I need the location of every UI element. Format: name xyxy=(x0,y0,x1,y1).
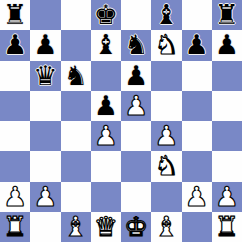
piece-white-bishop[interactable]: ♝ xyxy=(154,212,178,242)
piece-white-pawn[interactable]: ♟ xyxy=(94,121,118,151)
piece-black-bishop[interactable]: ♝ xyxy=(154,0,178,30)
square-g4[interactable] xyxy=(182,121,212,151)
piece-white-pawn[interactable]: ♟ xyxy=(215,182,239,212)
square-a4[interactable] xyxy=(0,121,30,151)
square-f8[interactable]: ♝ xyxy=(151,0,181,30)
piece-white-knight[interactable]: ♞ xyxy=(154,151,178,181)
square-b8[interactable] xyxy=(30,0,60,30)
square-h5[interactable] xyxy=(212,91,242,121)
square-d5[interactable]: ♟ xyxy=(91,91,121,121)
square-c6[interactable]: ♞ xyxy=(61,61,91,91)
piece-white-pawn[interactable]: ♟ xyxy=(124,91,148,121)
piece-white-bishop[interactable]: ♝ xyxy=(64,212,88,242)
square-b1[interactable] xyxy=(30,212,60,242)
piece-black-pawn[interactable]: ♟ xyxy=(3,30,27,60)
square-e4[interactable] xyxy=(121,121,151,151)
piece-black-king[interactable]: ♚ xyxy=(94,0,118,30)
piece-black-pawn[interactable]: ♟ xyxy=(94,91,118,121)
square-h8[interactable]: ♜ xyxy=(212,0,242,30)
square-a5[interactable] xyxy=(0,91,30,121)
square-a6[interactable] xyxy=(0,61,30,91)
square-e7[interactable]: ♞ xyxy=(121,30,151,60)
square-b3[interactable] xyxy=(30,151,60,181)
square-f5[interactable] xyxy=(151,91,181,121)
piece-black-pawn[interactable]: ♟ xyxy=(185,30,209,60)
square-c7[interactable] xyxy=(61,30,91,60)
square-h1[interactable]: ♜ xyxy=(212,212,242,242)
square-c1[interactable]: ♝ xyxy=(61,212,91,242)
square-g2[interactable]: ♟ xyxy=(182,182,212,212)
square-d8[interactable]: ♚ xyxy=(91,0,121,30)
square-b5[interactable] xyxy=(30,91,60,121)
square-f4[interactable]: ♟ xyxy=(151,121,181,151)
square-h4[interactable] xyxy=(212,121,242,151)
square-f6[interactable] xyxy=(151,61,181,91)
square-c2[interactable] xyxy=(61,182,91,212)
square-d2[interactable] xyxy=(91,182,121,212)
piece-white-queen[interactable]: ♛ xyxy=(94,212,118,242)
square-g8[interactable] xyxy=(182,0,212,30)
square-d1[interactable]: ♛ xyxy=(91,212,121,242)
piece-black-rook[interactable]: ♜ xyxy=(3,0,27,30)
piece-white-pawn[interactable]: ♟ xyxy=(3,182,27,212)
square-g3[interactable] xyxy=(182,151,212,181)
piece-white-pawn[interactable]: ♟ xyxy=(154,121,178,151)
square-b2[interactable]: ♟ xyxy=(30,182,60,212)
square-f3[interactable]: ♞ xyxy=(151,151,181,181)
square-c5[interactable] xyxy=(61,91,91,121)
square-a7[interactable]: ♟ xyxy=(0,30,30,60)
piece-white-rook[interactable]: ♜ xyxy=(3,212,27,242)
square-e3[interactable] xyxy=(121,151,151,181)
square-e8[interactable] xyxy=(121,0,151,30)
square-f7[interactable]: ♞ xyxy=(151,30,181,60)
square-h3[interactable] xyxy=(212,151,242,181)
piece-black-pawn[interactable]: ♟ xyxy=(124,61,148,91)
square-b7[interactable]: ♟ xyxy=(30,30,60,60)
square-b4[interactable] xyxy=(30,121,60,151)
square-h6[interactable] xyxy=(212,61,242,91)
square-c3[interactable] xyxy=(61,151,91,181)
square-a3[interactable] xyxy=(0,151,30,181)
piece-black-pawn[interactable]: ♟ xyxy=(33,30,57,60)
square-e5[interactable]: ♟ xyxy=(121,91,151,121)
piece-white-pawn[interactable]: ♟ xyxy=(185,182,209,212)
piece-black-bishop[interactable]: ♝ xyxy=(94,30,118,60)
square-d4[interactable]: ♟ xyxy=(91,121,121,151)
square-h2[interactable]: ♟ xyxy=(212,182,242,212)
square-e1[interactable]: ♚ xyxy=(121,212,151,242)
square-d3[interactable] xyxy=(91,151,121,181)
piece-black-queen[interactable]: ♛ xyxy=(33,61,57,91)
chess-board[interactable]: ♜♚♝♜♟♟♝♞♞♟♟♛♞♟♟♟♟♟♞♟♟♟♟♜♝♛♚♝♜ xyxy=(0,0,242,242)
square-c4[interactable] xyxy=(61,121,91,151)
square-e6[interactable]: ♟ xyxy=(121,61,151,91)
square-g7[interactable]: ♟ xyxy=(182,30,212,60)
piece-white-knight[interactable]: ♞ xyxy=(154,30,178,60)
square-g6[interactable] xyxy=(182,61,212,91)
piece-black-knight[interactable]: ♞ xyxy=(64,61,88,91)
square-f1[interactable]: ♝ xyxy=(151,212,181,242)
square-h7[interactable]: ♟ xyxy=(212,30,242,60)
square-g5[interactable] xyxy=(182,91,212,121)
square-b6[interactable]: ♛ xyxy=(30,61,60,91)
square-f2[interactable] xyxy=(151,182,181,212)
piece-white-king[interactable]: ♚ xyxy=(124,212,148,242)
square-a2[interactable]: ♟ xyxy=(0,182,30,212)
piece-white-pawn[interactable]: ♟ xyxy=(33,182,57,212)
piece-black-knight[interactable]: ♞ xyxy=(124,30,148,60)
square-a8[interactable]: ♜ xyxy=(0,0,30,30)
piece-black-pawn[interactable]: ♟ xyxy=(215,30,239,60)
square-c8[interactable] xyxy=(61,0,91,30)
square-d6[interactable] xyxy=(91,61,121,91)
square-g1[interactable] xyxy=(182,212,212,242)
square-e2[interactable] xyxy=(121,182,151,212)
piece-white-rook[interactable]: ♜ xyxy=(215,212,239,242)
square-d7[interactable]: ♝ xyxy=(91,30,121,60)
square-a1[interactable]: ♜ xyxy=(0,212,30,242)
piece-black-rook[interactable]: ♜ xyxy=(215,0,239,30)
